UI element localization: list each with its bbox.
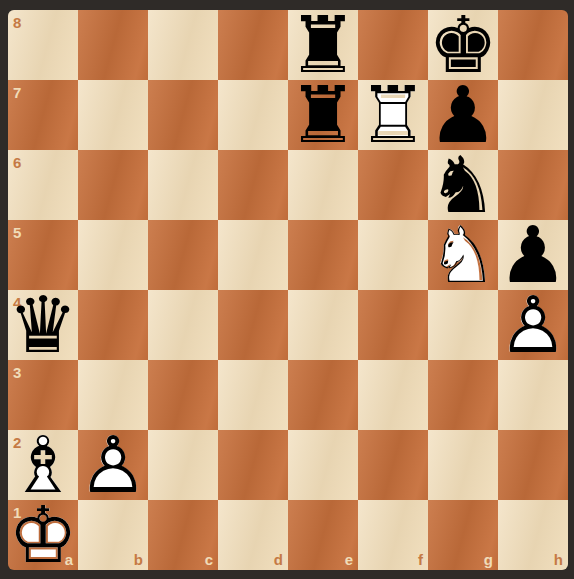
- square-e2[interactable]: [288, 430, 358, 500]
- square-d8[interactable]: [218, 10, 288, 80]
- square-e1[interactable]: e: [288, 500, 358, 570]
- square-e4[interactable]: [288, 290, 358, 360]
- square-d4[interactable]: [218, 290, 288, 360]
- square-h7[interactable]: [498, 80, 568, 150]
- square-a4[interactable]: 4♛: [8, 290, 78, 360]
- square-d3[interactable]: [218, 360, 288, 430]
- file-label-c: c: [205, 552, 213, 567]
- square-c4[interactable]: [148, 290, 218, 360]
- square-b5[interactable]: [78, 220, 148, 290]
- square-b8[interactable]: [78, 10, 148, 80]
- square-f6[interactable]: [358, 150, 428, 220]
- square-a8[interactable]: 8: [8, 10, 78, 80]
- rank-label-8: 8: [13, 15, 21, 30]
- file-label-g: g: [484, 552, 493, 567]
- square-c6[interactable]: [148, 150, 218, 220]
- square-c3[interactable]: [148, 360, 218, 430]
- rank-label-7: 7: [13, 85, 21, 100]
- square-h3[interactable]: [498, 360, 568, 430]
- chess-board: 8♜♚7♜♜♖♟︎6♞5♞♘♟︎4♛♟︎♙32♝♗♟︎♙1a♚♔bcdefgh: [8, 10, 568, 570]
- square-f3[interactable]: [358, 360, 428, 430]
- square-d2[interactable]: [218, 430, 288, 500]
- white-knight-icon[interactable]: ♞♘: [428, 220, 498, 290]
- file-label-b: b: [134, 552, 143, 567]
- square-c7[interactable]: [148, 80, 218, 150]
- square-e5[interactable]: [288, 220, 358, 290]
- square-f7[interactable]: ♜♖: [358, 80, 428, 150]
- black-rook-icon[interactable]: ♜: [288, 80, 358, 150]
- square-g5[interactable]: ♞♘: [428, 220, 498, 290]
- file-label-f: f: [418, 552, 423, 567]
- white-king-icon[interactable]: ♚♔: [8, 500, 78, 570]
- white-pawn-icon[interactable]: ♟︎♙: [78, 430, 148, 500]
- square-g1[interactable]: g: [428, 500, 498, 570]
- rank-label-6: 6: [13, 155, 21, 170]
- square-c1[interactable]: c: [148, 500, 218, 570]
- square-b1[interactable]: b: [78, 500, 148, 570]
- square-h2[interactable]: [498, 430, 568, 500]
- square-b4[interactable]: [78, 290, 148, 360]
- page: { "game": "chess", "position": "4r1k1/4r…: [0, 0, 574, 579]
- square-g3[interactable]: [428, 360, 498, 430]
- square-g4[interactable]: [428, 290, 498, 360]
- square-f2[interactable]: [358, 430, 428, 500]
- square-c5[interactable]: [148, 220, 218, 290]
- square-d7[interactable]: [218, 80, 288, 150]
- rank-label-5: 5: [13, 225, 21, 240]
- square-f1[interactable]: f: [358, 500, 428, 570]
- square-h1[interactable]: h: [498, 500, 568, 570]
- square-d1[interactable]: d: [218, 500, 288, 570]
- square-b6[interactable]: [78, 150, 148, 220]
- square-f4[interactable]: [358, 290, 428, 360]
- square-b2[interactable]: ♟︎♙: [78, 430, 148, 500]
- square-a7[interactable]: 7: [8, 80, 78, 150]
- black-queen-icon[interactable]: ♛: [8, 290, 78, 360]
- file-label-h: h: [554, 552, 563, 567]
- file-label-d: d: [274, 552, 283, 567]
- square-d5[interactable]: [218, 220, 288, 290]
- white-pawn-icon[interactable]: ♟︎♙: [498, 290, 568, 360]
- square-h4[interactable]: ♟︎♙: [498, 290, 568, 360]
- square-h8[interactable]: [498, 10, 568, 80]
- square-d6[interactable]: [218, 150, 288, 220]
- square-c2[interactable]: [148, 430, 218, 500]
- square-e7[interactable]: ♜: [288, 80, 358, 150]
- square-f5[interactable]: [358, 220, 428, 290]
- square-a1[interactable]: 1a♚♔: [8, 500, 78, 570]
- square-c8[interactable]: [148, 10, 218, 80]
- square-b7[interactable]: [78, 80, 148, 150]
- square-a6[interactable]: 6: [8, 150, 78, 220]
- file-label-e: e: [345, 552, 353, 567]
- square-g2[interactable]: [428, 430, 498, 500]
- square-e3[interactable]: [288, 360, 358, 430]
- square-e6[interactable]: [288, 150, 358, 220]
- white-rook-icon[interactable]: ♜♖: [358, 80, 428, 150]
